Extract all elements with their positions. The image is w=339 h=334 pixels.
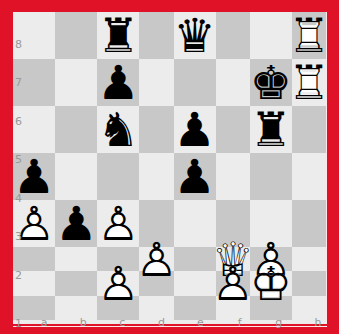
square-h4[interactable] (292, 200, 326, 247)
piece-outline: ♖ (292, 59, 326, 106)
square-a6[interactable] (13, 106, 55, 153)
piece-bp-c7[interactable]: ♟ (97, 59, 139, 106)
square-h2[interactable] (292, 271, 326, 295)
piece-wp-c4[interactable]: ♟♙ (97, 200, 139, 247)
square-a7[interactable] (13, 59, 55, 106)
square-d8[interactable] (139, 12, 173, 59)
piece-outline: ♖ (292, 12, 326, 59)
square-d3[interactable]: ♟♙ (139, 247, 173, 271)
square-g7[interactable]: ♚ (250, 59, 292, 106)
square-c2[interactable]: ♟♙ (97, 271, 139, 295)
piece-wk-g2[interactable]: ♚♔ (250, 271, 292, 295)
square-g5[interactable] (250, 153, 292, 200)
square-g6[interactable]: ♜ (250, 106, 292, 153)
piece-wp-c2[interactable]: ♟♙ (97, 271, 139, 295)
square-e2[interactable] (174, 271, 216, 295)
piece-outline: ♔ (250, 271, 292, 295)
square-c4[interactable]: ♟♙ (97, 200, 139, 247)
square-b7[interactable] (55, 59, 97, 106)
square-h3[interactable] (292, 247, 326, 271)
board: ♜♛♜♖♟♚♜♖♞♟♜♟♟♟♙♟♟♙♟♙♛♕♟♙♟♙♟♙♚♔87654321 (13, 12, 326, 320)
square-h5[interactable] (292, 153, 326, 200)
square-b4[interactable]: ♟ (55, 200, 97, 247)
square-f2[interactable]: ♟♙ (216, 271, 250, 295)
square-f5[interactable] (216, 153, 250, 200)
square-c7[interactable]: ♟ (97, 59, 139, 106)
square-e7[interactable] (174, 59, 216, 106)
square-d6[interactable] (139, 106, 173, 153)
square-e1[interactable] (174, 296, 216, 320)
square-g2[interactable]: ♚♔ (250, 271, 292, 295)
piece-outline: ♙ (13, 200, 55, 247)
square-c8[interactable]: ♜ (97, 12, 139, 59)
square-e5[interactable]: ♟ (174, 153, 216, 200)
square-a8[interactable] (13, 12, 55, 59)
square-c5[interactable] (97, 153, 139, 200)
piece-bp-a5[interactable]: ♟ (13, 153, 55, 200)
square-h6[interactable] (292, 106, 326, 153)
square-h1[interactable] (292, 296, 326, 320)
square-f7[interactable] (216, 59, 250, 106)
square-e3[interactable] (174, 247, 216, 271)
piece-wp-a4[interactable]: ♟♙ (13, 200, 55, 247)
piece-outline: ♙ (139, 247, 173, 271)
piece-bq-e8[interactable]: ♛ (174, 12, 216, 59)
piece-br-c8[interactable]: ♜ (97, 12, 139, 59)
square-g8[interactable] (250, 12, 292, 59)
square-e6[interactable]: ♟ (174, 106, 216, 153)
square-e4[interactable] (174, 200, 216, 247)
square-f6[interactable] (216, 106, 250, 153)
board-frame: ♜♛♜♖♟♚♜♖♞♟♜♟♟♟♙♟♟♙♟♙♛♕♟♙♟♙♟♙♚♔87654321 a… (0, 0, 339, 334)
piece-outline: ♙ (216, 271, 250, 295)
square-d5[interactable] (139, 153, 173, 200)
inner-hairline-bottom (13, 326, 327, 327)
piece-wr-h7[interactable]: ♜♖ (292, 59, 326, 106)
square-b8[interactable] (55, 12, 97, 59)
square-a5[interactable]: ♟ (13, 153, 55, 200)
piece-bn-c6[interactable]: ♞ (97, 106, 139, 153)
piece-wp-f2[interactable]: ♟♙ (216, 271, 250, 295)
square-b2[interactable] (55, 271, 97, 295)
piece-bp-b4[interactable]: ♟ (55, 200, 97, 247)
square-b6[interactable] (55, 106, 97, 153)
piece-outline: ♙ (97, 271, 139, 295)
square-a4[interactable]: ♟♙ (13, 200, 55, 247)
square-a2[interactable] (13, 271, 55, 295)
square-b1[interactable] (55, 296, 97, 320)
square-d7[interactable] (139, 59, 173, 106)
square-h8[interactable]: ♜♖ (292, 12, 326, 59)
piece-br-g6[interactable]: ♜ (250, 106, 292, 153)
piece-bp-e5[interactable]: ♟ (174, 153, 216, 200)
piece-wr-h8[interactable]: ♜♖ (292, 12, 326, 59)
piece-wp-d3[interactable]: ♟♙ (139, 247, 173, 271)
square-e8[interactable]: ♛ (174, 12, 216, 59)
square-c6[interactable]: ♞ (97, 106, 139, 153)
frame-bottom-line (12, 324, 327, 326)
square-b5[interactable] (55, 153, 97, 200)
square-a1[interactable] (13, 296, 55, 320)
square-d1[interactable] (139, 296, 173, 320)
square-f8[interactable] (216, 12, 250, 59)
square-h7[interactable]: ♜♖ (292, 59, 326, 106)
piece-outline: ♙ (97, 200, 139, 247)
piece-bp-e6[interactable]: ♟ (174, 106, 216, 153)
piece-bk-g7[interactable]: ♚ (250, 59, 292, 106)
